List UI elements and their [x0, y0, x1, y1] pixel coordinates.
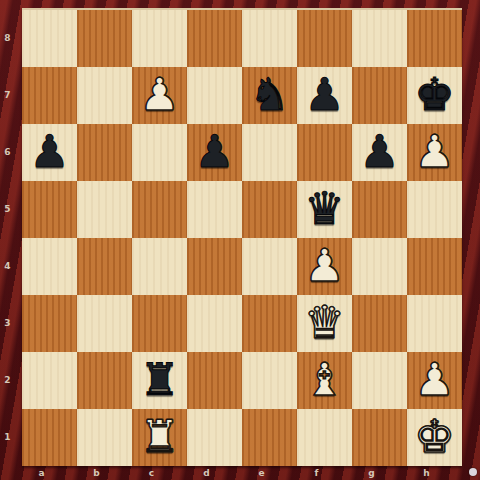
- square-f7[interactable]: ♟: [297, 67, 352, 124]
- file-label-e: e: [242, 466, 297, 480]
- rank-label-2: 2: [0, 352, 22, 409]
- file-label-d: d: [187, 466, 242, 480]
- square-h2[interactable]: ♟: [407, 352, 462, 409]
- square-e2[interactable]: [242, 352, 297, 409]
- rank-label-7: 7: [0, 67, 22, 124]
- square-b4[interactable]: [77, 238, 132, 295]
- square-g3[interactable]: [352, 295, 407, 352]
- file-label-g: g: [352, 466, 407, 480]
- square-c4[interactable]: [132, 238, 187, 295]
- square-d8[interactable]: [187, 10, 242, 67]
- square-b6[interactable]: [77, 124, 132, 181]
- rank-label-5: 5: [0, 181, 22, 238]
- square-b5[interactable]: [77, 181, 132, 238]
- square-e3[interactable]: [242, 295, 297, 352]
- black-pawn[interactable]: ♟: [29, 129, 69, 174]
- square-h7[interactable]: ♚: [407, 67, 462, 124]
- square-g1[interactable]: [352, 409, 407, 466]
- square-b1[interactable]: [77, 409, 132, 466]
- black-pawn[interactable]: ♟: [359, 129, 399, 174]
- square-g4[interactable]: [352, 238, 407, 295]
- square-a5[interactable]: [22, 181, 77, 238]
- file-labels: abcdefgh: [22, 466, 462, 480]
- square-a6[interactable]: ♟: [22, 124, 77, 181]
- square-g7[interactable]: [352, 67, 407, 124]
- square-g6[interactable]: ♟: [352, 124, 407, 181]
- square-h8[interactable]: [407, 10, 462, 67]
- rank-label-1: 1: [0, 409, 22, 466]
- square-b2[interactable]: [77, 352, 132, 409]
- square-f5[interactable]: ♛: [297, 181, 352, 238]
- square-h5[interactable]: [407, 181, 462, 238]
- square-h3[interactable]: [407, 295, 462, 352]
- file-label-c: c: [132, 466, 187, 480]
- square-a4[interactable]: [22, 238, 77, 295]
- white-bishop[interactable]: ♝: [304, 357, 344, 402]
- board-frame: 87654321 ♟♞♟♚♟♟♟♟♛♟♛♜♝♟♜♚ abcdefgh: [0, 0, 480, 480]
- square-f8[interactable]: [297, 10, 352, 67]
- side-to-move-indicator: [469, 468, 477, 476]
- white-rook[interactable]: ♜: [139, 414, 179, 459]
- rank-labels: 87654321: [0, 10, 22, 466]
- square-a7[interactable]: [22, 67, 77, 124]
- square-d3[interactable]: [187, 295, 242, 352]
- square-h1[interactable]: ♚: [407, 409, 462, 466]
- rank-label-3: 3: [0, 295, 22, 352]
- black-rook[interactable]: ♜: [139, 357, 179, 402]
- file-label-h: h: [407, 466, 462, 480]
- square-f3[interactable]: ♛: [297, 295, 352, 352]
- square-a1[interactable]: [22, 409, 77, 466]
- square-g2[interactable]: [352, 352, 407, 409]
- black-king[interactable]: ♚: [414, 72, 454, 117]
- square-e6[interactable]: [242, 124, 297, 181]
- square-d6[interactable]: ♟: [187, 124, 242, 181]
- white-pawn[interactable]: ♟: [304, 243, 344, 288]
- square-e1[interactable]: [242, 409, 297, 466]
- square-b7[interactable]: [77, 67, 132, 124]
- black-queen[interactable]: ♛: [304, 186, 344, 231]
- white-king[interactable]: ♚: [414, 414, 454, 459]
- square-d2[interactable]: [187, 352, 242, 409]
- square-f2[interactable]: ♝: [297, 352, 352, 409]
- file-label-a: a: [22, 466, 77, 480]
- square-c5[interactable]: [132, 181, 187, 238]
- square-c8[interactable]: [132, 10, 187, 67]
- square-c2[interactable]: ♜: [132, 352, 187, 409]
- black-knight[interactable]: ♞: [249, 72, 289, 117]
- square-e4[interactable]: [242, 238, 297, 295]
- square-g5[interactable]: [352, 181, 407, 238]
- square-d1[interactable]: [187, 409, 242, 466]
- square-a3[interactable]: [22, 295, 77, 352]
- rank-label-8: 8: [0, 10, 22, 67]
- square-f4[interactable]: ♟: [297, 238, 352, 295]
- square-a8[interactable]: [22, 10, 77, 67]
- square-d7[interactable]: [187, 67, 242, 124]
- rank-label-4: 4: [0, 238, 22, 295]
- chess-board[interactable]: ♟♞♟♚♟♟♟♟♛♟♛♜♝♟♜♚: [22, 8, 462, 466]
- black-pawn[interactable]: ♟: [194, 129, 234, 174]
- black-pawn[interactable]: ♟: [304, 72, 344, 117]
- square-f1[interactable]: [297, 409, 352, 466]
- square-b3[interactable]: [77, 295, 132, 352]
- file-label-b: b: [77, 466, 132, 480]
- square-h6[interactable]: ♟: [407, 124, 462, 181]
- square-f6[interactable]: [297, 124, 352, 181]
- rank-label-6: 6: [0, 124, 22, 181]
- square-c3[interactable]: [132, 295, 187, 352]
- square-c6[interactable]: [132, 124, 187, 181]
- square-c7[interactable]: ♟: [132, 67, 187, 124]
- file-label-f: f: [297, 466, 352, 480]
- square-e7[interactable]: ♞: [242, 67, 297, 124]
- square-d5[interactable]: [187, 181, 242, 238]
- white-pawn[interactable]: ♟: [414, 357, 454, 402]
- white-pawn[interactable]: ♟: [139, 72, 179, 117]
- square-h4[interactable]: [407, 238, 462, 295]
- square-a2[interactable]: [22, 352, 77, 409]
- white-pawn[interactable]: ♟: [414, 129, 454, 174]
- white-queen[interactable]: ♛: [304, 300, 344, 345]
- square-d4[interactable]: [187, 238, 242, 295]
- square-e5[interactable]: [242, 181, 297, 238]
- square-b8[interactable]: [77, 10, 132, 67]
- square-g8[interactable]: [352, 10, 407, 67]
- square-c1[interactable]: ♜: [132, 409, 187, 466]
- square-e8[interactable]: [242, 10, 297, 67]
